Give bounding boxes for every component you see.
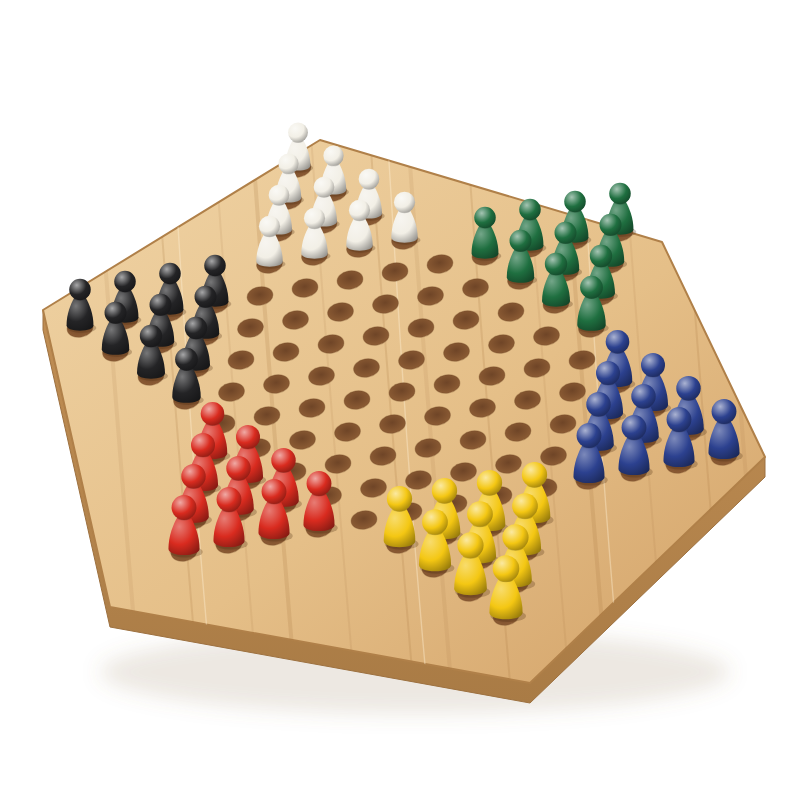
peg-head — [609, 183, 631, 205]
peg-head — [477, 470, 502, 495]
peg-head — [667, 407, 692, 432]
peg-head — [519, 199, 541, 221]
peg-head — [564, 191, 586, 213]
peg-head — [195, 286, 217, 308]
peg-head — [314, 177, 335, 198]
peg-head — [676, 376, 700, 400]
peg-head — [140, 325, 162, 347]
peg-head — [172, 495, 197, 520]
peg-head — [712, 399, 737, 424]
peg-head — [577, 423, 602, 448]
peg-head — [204, 255, 226, 277]
peg-head — [191, 433, 215, 457]
peg-head — [201, 402, 225, 426]
peg-head — [304, 208, 325, 229]
peg-head — [522, 462, 547, 487]
peg-head — [467, 501, 493, 527]
peg-head — [105, 302, 127, 324]
peg-head — [269, 185, 290, 206]
peg-head — [622, 415, 647, 440]
peg-head — [510, 230, 532, 252]
peg-head — [493, 555, 520, 582]
peg-head — [262, 479, 287, 504]
peg-head — [349, 200, 370, 221]
peg-head — [580, 276, 603, 299]
peg-head — [457, 532, 483, 558]
peg-head — [259, 216, 280, 237]
peg-head — [606, 330, 630, 354]
peg-head — [114, 271, 136, 293]
peg-head — [175, 348, 198, 371]
peg-head — [512, 493, 538, 519]
product-photo — [0, 0, 800, 800]
chinese-checkers-board — [0, 0, 800, 800]
peg-head — [226, 456, 250, 480]
peg-head — [596, 361, 620, 385]
peg-head — [69, 279, 91, 301]
peg-head — [432, 478, 457, 503]
peg-head — [323, 146, 343, 166]
peg-head — [394, 192, 415, 213]
peg-head — [278, 154, 298, 174]
peg-head — [422, 509, 448, 535]
peg-head — [586, 392, 610, 416]
peg-head — [307, 471, 332, 496]
peg-head — [185, 317, 207, 339]
peg-head — [359, 169, 380, 190]
peg-head — [555, 222, 577, 244]
peg-head — [150, 294, 172, 316]
peg-head — [236, 425, 260, 449]
peg-head — [387, 486, 412, 511]
peg-head — [159, 263, 181, 285]
peg-head — [641, 353, 665, 377]
peg-head — [474, 207, 496, 229]
peg-head — [502, 524, 528, 550]
peg-head — [545, 253, 567, 275]
peg-head — [181, 464, 205, 488]
peg-head — [631, 384, 655, 408]
peg-head — [288, 123, 308, 143]
peg-head — [600, 214, 622, 236]
peg-head — [271, 448, 295, 472]
peg-head — [217, 487, 242, 512]
peg-head — [590, 245, 612, 267]
